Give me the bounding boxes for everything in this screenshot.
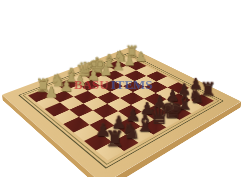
chess-board: ♜♞♝♛♚♝♞♜♟♟♟♟♟♟♟♟♟♟♟♟♟♟♟♟♜♞♝♛♚♝♞♜ [2,47,241,177]
board-3d-scene: ♜♞♝♛♚♝♞♜♟♟♟♟♟♟♟♟♟♟♟♟♟♟♟♟♜♞♝♛♚♝♞♜ [0,0,250,177]
chess-set-photo: ♜♞♝♛♚♝♞♜♟♟♟♟♟♟♟♟♟♟♟♟♟♟♟♟♜♞♝♛♚♝♞♜ BASUITE… [0,0,250,177]
white-pawn: ♟ [38,78,65,105]
black-rook: ♜ [99,123,131,155]
